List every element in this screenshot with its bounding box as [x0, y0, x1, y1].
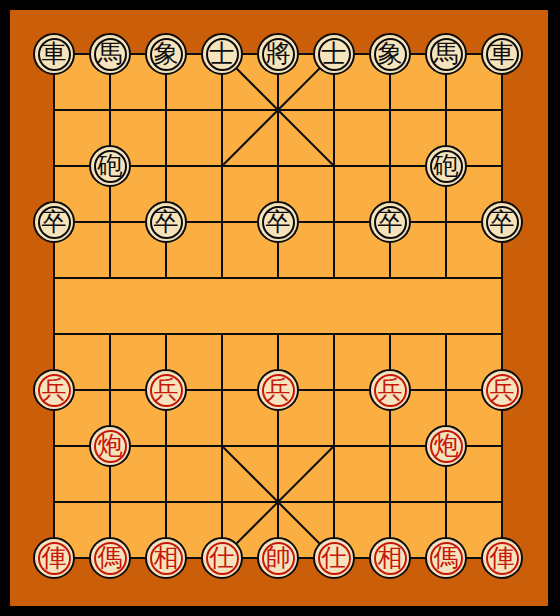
- piece-character: 兵: [490, 377, 515, 402]
- piece-character: 砲: [434, 153, 459, 178]
- piece-inner-ring: 傌: [94, 542, 127, 575]
- piece-character: 砲: [98, 153, 123, 178]
- piece-character: 象: [378, 41, 403, 66]
- piece-red-horse[interactable]: 傌: [425, 537, 467, 579]
- piece-character: 傌: [434, 545, 459, 570]
- piece-inner-ring: 象: [150, 38, 183, 71]
- piece-character: 象: [154, 41, 179, 66]
- piece-character: 馬: [434, 41, 459, 66]
- piece-inner-ring: 士: [206, 38, 239, 71]
- piece-red-soldier[interactable]: 兵: [33, 369, 75, 411]
- piece-character: 帥: [266, 545, 291, 570]
- piece-inner-ring: 車: [486, 38, 519, 71]
- piece-inner-ring: 卒: [262, 206, 295, 239]
- piece-character: 仕: [210, 545, 235, 570]
- piece-character: 車: [490, 41, 515, 66]
- piece-character: 士: [210, 41, 235, 66]
- piece-character: 傌: [98, 545, 123, 570]
- piece-inner-ring: 馬: [94, 38, 127, 71]
- piece-black-general[interactable]: 將: [257, 33, 299, 75]
- piece-character: 兵: [266, 377, 291, 402]
- piece-inner-ring: 仕: [318, 542, 351, 575]
- piece-inner-ring: 相: [150, 542, 183, 575]
- piece-red-soldier[interactable]: 兵: [481, 369, 523, 411]
- piece-character: 將: [266, 41, 291, 66]
- piece-red-soldier[interactable]: 兵: [145, 369, 187, 411]
- piece-inner-ring: 兵: [38, 374, 71, 407]
- piece-black-chariot[interactable]: 車: [481, 33, 523, 75]
- piece-character: 卒: [154, 209, 179, 234]
- piece-character: 兵: [154, 377, 179, 402]
- piece-character: 相: [154, 545, 179, 570]
- piece-inner-ring: 兵: [374, 374, 407, 407]
- piece-red-soldier[interactable]: 兵: [257, 369, 299, 411]
- piece-red-elephant[interactable]: 相: [145, 537, 187, 579]
- piece-black-elephant[interactable]: 象: [145, 33, 187, 75]
- piece-black-horse[interactable]: 馬: [425, 33, 467, 75]
- piece-black-advisor[interactable]: 士: [313, 33, 355, 75]
- piece-inner-ring: 砲: [94, 150, 127, 183]
- piece-inner-ring: 卒: [38, 206, 71, 239]
- piece-character: 仕: [322, 545, 347, 570]
- xiangqi-board-screenshot: 車馬象士將士象馬車砲砲卒卒卒卒卒兵兵兵兵兵炮炮俥傌相仕帥仕相傌俥: [0, 0, 560, 616]
- piece-inner-ring: 俥: [486, 542, 519, 575]
- piece-black-soldier[interactable]: 卒: [369, 201, 411, 243]
- piece-inner-ring: 兵: [150, 374, 183, 407]
- piece-inner-ring: 帥: [262, 542, 295, 575]
- piece-red-general[interactable]: 帥: [257, 537, 299, 579]
- piece-red-elephant[interactable]: 相: [369, 537, 411, 579]
- piece-inner-ring: 車: [38, 38, 71, 71]
- piece-inner-ring: 象: [374, 38, 407, 71]
- piece-red-horse[interactable]: 傌: [89, 537, 131, 579]
- piece-character: 俥: [490, 545, 515, 570]
- piece-inner-ring: 砲: [430, 150, 463, 183]
- piece-character: 相: [378, 545, 403, 570]
- piece-inner-ring: 兵: [486, 374, 519, 407]
- piece-inner-ring: 傌: [430, 542, 463, 575]
- piece-inner-ring: 俥: [38, 542, 71, 575]
- piece-character: 炮: [434, 433, 459, 458]
- piece-inner-ring: 將: [262, 38, 295, 71]
- piece-inner-ring: 仕: [206, 542, 239, 575]
- piece-character: 卒: [42, 209, 67, 234]
- piece-red-advisor[interactable]: 仕: [313, 537, 355, 579]
- piece-black-chariot[interactable]: 車: [33, 33, 75, 75]
- piece-black-cannon[interactable]: 砲: [89, 145, 131, 187]
- piece-black-soldier[interactable]: 卒: [33, 201, 75, 243]
- piece-red-cannon[interactable]: 炮: [89, 425, 131, 467]
- piece-character: 俥: [42, 545, 67, 570]
- piece-black-elephant[interactable]: 象: [369, 33, 411, 75]
- piece-black-soldier[interactable]: 卒: [481, 201, 523, 243]
- piece-character: 士: [322, 41, 347, 66]
- piece-character: 卒: [378, 209, 403, 234]
- piece-inner-ring: 卒: [374, 206, 407, 239]
- piece-inner-ring: 卒: [486, 206, 519, 239]
- piece-black-horse[interactable]: 馬: [89, 33, 131, 75]
- pieces-layer: 車馬象士將士象馬車砲砲卒卒卒卒卒兵兵兵兵兵炮炮俥傌相仕帥仕相傌俥: [53, 53, 503, 559]
- piece-inner-ring: 卒: [150, 206, 183, 239]
- piece-character: 兵: [378, 377, 403, 402]
- piece-inner-ring: 炮: [94, 430, 127, 463]
- piece-character: 炮: [98, 433, 123, 458]
- piece-inner-ring: 炮: [430, 430, 463, 463]
- piece-red-chariot[interactable]: 俥: [481, 537, 523, 579]
- piece-inner-ring: 馬: [430, 38, 463, 71]
- piece-inner-ring: 相: [374, 542, 407, 575]
- piece-black-cannon[interactable]: 砲: [425, 145, 467, 187]
- piece-black-soldier[interactable]: 卒: [257, 201, 299, 243]
- piece-character: 馬: [98, 41, 123, 66]
- piece-inner-ring: 士: [318, 38, 351, 71]
- piece-red-chariot[interactable]: 俥: [33, 537, 75, 579]
- piece-character: 兵: [42, 377, 67, 402]
- piece-red-soldier[interactable]: 兵: [369, 369, 411, 411]
- piece-black-soldier[interactable]: 卒: [145, 201, 187, 243]
- piece-red-advisor[interactable]: 仕: [201, 537, 243, 579]
- piece-inner-ring: 兵: [262, 374, 295, 407]
- piece-character: 卒: [266, 209, 291, 234]
- piece-red-cannon[interactable]: 炮: [425, 425, 467, 467]
- piece-character: 卒: [490, 209, 515, 234]
- piece-character: 車: [42, 41, 67, 66]
- piece-black-advisor[interactable]: 士: [201, 33, 243, 75]
